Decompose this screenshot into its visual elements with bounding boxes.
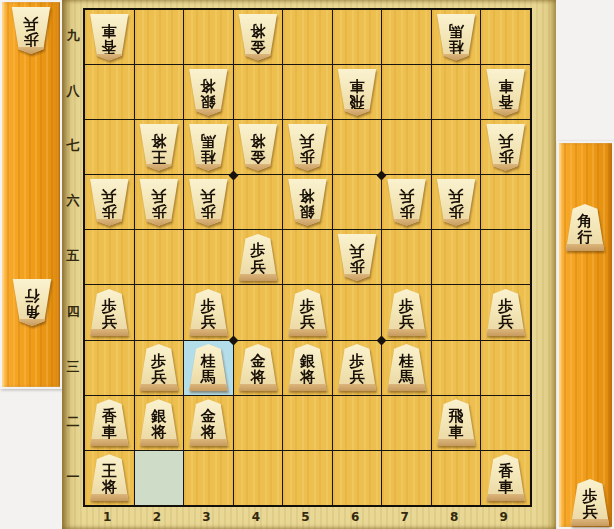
piece-bishop-down[interactable]: 角行 — [12, 279, 52, 326]
piece-body: 桂馬 — [188, 344, 228, 391]
file-label-3: 3 — [182, 507, 231, 527]
piece-silver-up[interactable]: 銀将 — [139, 399, 179, 446]
square-4-1[interactable] — [234, 451, 283, 505]
piece-body: 香車 — [89, 399, 129, 446]
piece-body: 銀将 — [287, 344, 327, 391]
piece-body: 王将 — [89, 454, 129, 501]
piece-bishop-up[interactable]: 角行 — [565, 204, 605, 251]
square-6-1[interactable] — [333, 451, 382, 505]
rank-label-5: 五 — [64, 228, 82, 283]
piece-pawn-up[interactable]: 歩兵 — [337, 344, 377, 391]
piece-kanji: 金将 — [238, 124, 278, 171]
square-7-4[interactable]: 歩兵 — [382, 285, 431, 339]
shogi-board: 香車金将桂馬銀将飛車香車王将桂馬金将歩兵歩兵歩兵歩兵歩兵銀将歩兵歩兵歩兵歩兵歩兵… — [62, 0, 556, 529]
rank-label-7: 七 — [64, 118, 82, 173]
piece-kanji: 飛車 — [436, 399, 476, 446]
square-7-5[interactable] — [382, 230, 431, 284]
square-5-7[interactable]: 歩兵 — [283, 120, 332, 174]
square-6-5[interactable]: 歩兵 — [333, 230, 382, 284]
square-9-7[interactable]: 歩兵 — [481, 120, 530, 174]
square-3-7[interactable]: 桂馬 — [184, 120, 233, 174]
square-7-8[interactable] — [382, 65, 431, 119]
piece-body: 歩兵 — [486, 289, 526, 336]
piece-body: 歩兵 — [188, 289, 228, 336]
piece-kanji: 銀将 — [188, 69, 228, 116]
piece-kanji: 歩兵 — [287, 289, 327, 336]
piece-body: 金将 — [238, 344, 278, 391]
piece-knight-down[interactable]: 桂馬 — [188, 124, 228, 171]
piece-body: 歩兵 — [337, 344, 377, 391]
piece-body: 香車 — [486, 454, 526, 501]
square-5-2[interactable] — [283, 396, 332, 450]
piece-kanji: 香車 — [89, 14, 129, 61]
piece-pawn-down[interactable]: 歩兵 — [387, 179, 427, 226]
square-1-8[interactable] — [85, 65, 134, 119]
piece-lance-down[interactable]: 香車 — [486, 69, 526, 116]
piece-kanji: 銀将 — [287, 179, 327, 226]
piece-body: 銀将 — [287, 179, 327, 226]
piece-body: 銀将 — [188, 69, 228, 116]
square-8-5[interactable] — [432, 230, 481, 284]
square-8-1[interactable] — [432, 451, 481, 505]
piece-knight-up[interactable]: 桂馬 — [387, 344, 427, 391]
square-7-7[interactable] — [382, 120, 431, 174]
rank-label-2: 二 — [64, 394, 82, 449]
hand-slot: 角行 — [12, 279, 52, 326]
square-5-3[interactable]: 銀将 — [283, 341, 332, 395]
square-1-5[interactable] — [85, 230, 134, 284]
square-6-9[interactable] — [333, 10, 382, 64]
square-6-2[interactable] — [333, 396, 382, 450]
square-7-9[interactable] — [382, 10, 431, 64]
piece-body: 飛車 — [337, 69, 377, 116]
square-8-2[interactable]: 飛車 — [432, 396, 481, 450]
piece-silver-up[interactable]: 銀将 — [287, 344, 327, 391]
square-6-3[interactable]: 歩兵 — [333, 341, 382, 395]
piece-pawn-down[interactable]: 歩兵 — [287, 124, 327, 171]
piece-kanji: 歩兵 — [287, 124, 327, 171]
piece-kanji: 桂馬 — [188, 344, 228, 391]
piece-kanji: 歩兵 — [387, 179, 427, 226]
piece-knight-down[interactable]: 桂馬 — [436, 14, 476, 61]
square-1-1[interactable]: 王将 — [85, 451, 134, 505]
piece-kanji: 桂馬 — [387, 344, 427, 391]
square-1-9[interactable]: 香車 — [85, 10, 134, 64]
square-6-4[interactable] — [333, 285, 382, 339]
square-1-6[interactable]: 歩兵 — [85, 175, 134, 229]
square-2-3[interactable]: 歩兵 — [135, 341, 184, 395]
square-6-6[interactable] — [333, 175, 382, 229]
piece-body: 歩兵 — [11, 7, 51, 54]
piece-kanji: 歩兵 — [139, 344, 179, 391]
square-8-7[interactable] — [432, 120, 481, 174]
piece-body: 歩兵 — [337, 234, 377, 281]
piece-kanji: 香車 — [486, 454, 526, 501]
piece-body: 桂馬 — [436, 14, 476, 61]
piece-silver-down[interactable]: 銀将 — [188, 69, 228, 116]
file-label-8: 8 — [430, 507, 479, 527]
square-3-2[interactable]: 金将 — [184, 396, 233, 450]
square-5-6[interactable]: 銀将 — [283, 175, 332, 229]
square-7-3[interactable]: 桂馬 — [382, 341, 431, 395]
square-3-1[interactable] — [184, 451, 233, 505]
piece-kanji: 桂馬 — [436, 14, 476, 61]
square-7-1[interactable] — [382, 451, 431, 505]
rank-label-6: 六 — [64, 173, 82, 228]
square-3-8[interactable]: 銀将 — [184, 65, 233, 119]
square-3-9[interactable] — [184, 10, 233, 64]
piece-kanji: 金将 — [238, 14, 278, 61]
piece-silver-down[interactable]: 銀将 — [287, 179, 327, 226]
piece-rook-up[interactable]: 飛車 — [436, 399, 476, 446]
piece-kanji: 歩兵 — [139, 179, 179, 226]
square-9-4[interactable]: 歩兵 — [481, 285, 530, 339]
piece-kanji: 王将 — [89, 454, 129, 501]
piece-pawn-up[interactable]: 歩兵 — [188, 289, 228, 336]
square-7-6[interactable]: 歩兵 — [382, 175, 431, 229]
piece-lance-down[interactable]: 香車 — [89, 14, 129, 61]
piece-pawn-up[interactable]: 歩兵 — [486, 289, 526, 336]
piece-kanji: 銀将 — [139, 399, 179, 446]
piece-pawn-up[interactable]: 歩兵 — [238, 234, 278, 281]
square-3-5[interactable] — [184, 230, 233, 284]
piece-kanji: 歩兵 — [188, 179, 228, 226]
piece-pawn-down[interactable]: 歩兵 — [337, 234, 377, 281]
piece-body: 歩兵 — [436, 179, 476, 226]
piece-kanji: 歩兵 — [337, 344, 377, 391]
piece-body: 歩兵 — [486, 124, 526, 171]
piece-king-down[interactable]: 王将 — [139, 124, 179, 171]
piece-body: 桂馬 — [188, 124, 228, 171]
piece-gold-down[interactable]: 金将 — [238, 124, 278, 171]
piece-gold-up[interactable]: 金将 — [238, 344, 278, 391]
square-2-4[interactable] — [135, 285, 184, 339]
piece-body: 歩兵 — [387, 179, 427, 226]
piece-kanji: 角行 — [565, 204, 605, 251]
piece-kanji: 歩兵 — [11, 7, 51, 54]
piece-kanji: 歩兵 — [337, 234, 377, 281]
square-8-6[interactable]: 歩兵 — [432, 175, 481, 229]
piece-body: 歩兵 — [238, 234, 278, 281]
piece-kanji: 飛車 — [337, 69, 377, 116]
piece-lance-up[interactable]: 香車 — [89, 399, 129, 446]
piece-kanji: 歩兵 — [387, 289, 427, 336]
square-9-1[interactable]: 香車 — [481, 451, 530, 505]
square-1-7[interactable] — [85, 120, 134, 174]
board-grid: 香車金将桂馬銀将飛車香車王将桂馬金将歩兵歩兵歩兵歩兵歩兵銀将歩兵歩兵歩兵歩兵歩兵… — [83, 8, 532, 507]
piece-body: 銀将 — [139, 399, 179, 446]
hand-slot: 歩兵 — [570, 479, 610, 526]
piece-kanji: 歩兵 — [486, 289, 526, 336]
piece-pawn-down[interactable]: 歩兵 — [89, 179, 129, 226]
square-2-1[interactable] — [135, 451, 184, 505]
piece-body: 歩兵 — [89, 289, 129, 336]
square-1-2[interactable]: 香車 — [85, 396, 134, 450]
piece-pawn-up[interactable]: 歩兵 — [89, 289, 129, 336]
piece-pawn-down[interactable]: 歩兵 — [436, 179, 476, 226]
piece-body: 金将 — [238, 124, 278, 171]
square-4-4[interactable] — [234, 285, 283, 339]
komadai-right: 角行 歩兵 — [557, 141, 614, 529]
file-label-6: 6 — [331, 507, 380, 527]
piece-kanji: 歩兵 — [188, 289, 228, 336]
square-3-4[interactable]: 歩兵 — [184, 285, 233, 339]
piece-body: 歩兵 — [287, 124, 327, 171]
piece-pawn-up[interactable]: 歩兵 — [287, 289, 327, 336]
piece-kanji: 金将 — [188, 399, 228, 446]
square-4-3[interactable]: 金将 — [234, 341, 283, 395]
piece-kanji: 王将 — [139, 124, 179, 171]
piece-body: 歩兵 — [287, 289, 327, 336]
piece-kanji: 歩兵 — [570, 479, 610, 526]
piece-knight-up[interactable]: 桂馬 — [188, 344, 228, 391]
piece-kanji: 角行 — [12, 279, 52, 326]
square-6-7[interactable] — [333, 120, 382, 174]
piece-pawn-up[interactable]: 歩兵 — [139, 344, 179, 391]
piece-body: 飛車 — [436, 399, 476, 446]
hand-slot: 歩兵 — [11, 7, 51, 54]
piece-kanji: 歩兵 — [486, 124, 526, 171]
rank-label-9: 九 — [64, 8, 82, 63]
square-9-8[interactable]: 香車 — [481, 65, 530, 119]
piece-kanji: 歩兵 — [89, 179, 129, 226]
piece-pawn-down[interactable]: 歩兵 — [486, 124, 526, 171]
piece-body: 王将 — [139, 124, 179, 171]
square-6-8[interactable]: 飛車 — [333, 65, 382, 119]
piece-body: 桂馬 — [387, 344, 427, 391]
file-label-4: 4 — [232, 507, 281, 527]
piece-body: 香車 — [486, 69, 526, 116]
komadai-left: 歩兵 角行 — [0, 0, 62, 389]
square-1-4[interactable]: 歩兵 — [85, 285, 134, 339]
piece-gold-down[interactable]: 金将 — [238, 14, 278, 61]
piece-body: 角行 — [12, 279, 52, 326]
piece-kanji: 歩兵 — [436, 179, 476, 226]
piece-body: 歩兵 — [188, 179, 228, 226]
square-4-5[interactable]: 歩兵 — [234, 230, 283, 284]
piece-body: 歩兵 — [89, 179, 129, 226]
square-2-5[interactable] — [135, 230, 184, 284]
square-5-8[interactable] — [283, 65, 332, 119]
square-1-3[interactable] — [85, 341, 134, 395]
piece-lance-up[interactable]: 香車 — [486, 454, 526, 501]
square-4-2[interactable] — [234, 396, 283, 450]
piece-body: 歩兵 — [570, 479, 610, 526]
file-label-9: 9 — [479, 507, 528, 527]
rank-label-3: 三 — [64, 339, 82, 394]
square-5-9[interactable] — [283, 10, 332, 64]
square-2-7[interactable]: 王将 — [135, 120, 184, 174]
rank-label-4: 四 — [64, 284, 82, 339]
piece-kanji: 桂馬 — [188, 124, 228, 171]
piece-kanji: 歩兵 — [89, 289, 129, 336]
rank-label-1: 一 — [64, 449, 82, 504]
piece-body: 角行 — [565, 204, 605, 251]
square-4-8[interactable] — [234, 65, 283, 119]
square-2-9[interactable] — [135, 10, 184, 64]
square-7-2[interactable] — [382, 396, 431, 450]
square-9-3[interactable] — [481, 341, 530, 395]
square-2-8[interactable] — [135, 65, 184, 119]
hand-slot: 角行 — [565, 204, 605, 251]
square-2-2[interactable]: 銀将 — [135, 396, 184, 450]
piece-pawn-down[interactable]: 歩兵 — [188, 179, 228, 226]
square-3-6[interactable]: 歩兵 — [184, 175, 233, 229]
square-4-7[interactable]: 金将 — [234, 120, 283, 174]
square-8-9[interactable]: 桂馬 — [432, 10, 481, 64]
square-4-6[interactable] — [234, 175, 283, 229]
square-5-1[interactable] — [283, 451, 332, 505]
square-9-5[interactable] — [481, 230, 530, 284]
piece-pawn-down[interactable]: 歩兵 — [11, 7, 51, 54]
square-9-9[interactable] — [481, 10, 530, 64]
square-4-9[interactable]: 金将 — [234, 10, 283, 64]
square-9-2[interactable] — [481, 396, 530, 450]
piece-body: 香車 — [89, 14, 129, 61]
piece-kanji: 香車 — [89, 399, 129, 446]
piece-kanji: 金将 — [238, 344, 278, 391]
piece-rook-down[interactable]: 飛車 — [337, 69, 377, 116]
square-5-4[interactable]: 歩兵 — [283, 285, 332, 339]
piece-king-up[interactable]: 王将 — [89, 454, 129, 501]
piece-body: 歩兵 — [139, 344, 179, 391]
rank-label-8: 八 — [64, 63, 82, 118]
square-2-6[interactable]: 歩兵 — [135, 175, 184, 229]
square-8-4[interactable] — [432, 285, 481, 339]
file-label-5: 5 — [281, 507, 330, 527]
file-label-2: 2 — [133, 507, 182, 527]
square-8-3[interactable] — [432, 341, 481, 395]
piece-body: 歩兵 — [139, 179, 179, 226]
piece-pawn-down[interactable]: 歩兵 — [139, 179, 179, 226]
piece-body: 金将 — [238, 14, 278, 61]
square-8-8[interactable] — [432, 65, 481, 119]
square-3-3[interactable]: 桂馬 — [184, 341, 233, 395]
square-5-5[interactable] — [283, 230, 332, 284]
piece-pawn-up[interactable]: 歩兵 — [570, 479, 610, 526]
piece-pawn-up[interactable]: 歩兵 — [387, 289, 427, 336]
piece-kanji: 香車 — [486, 69, 526, 116]
piece-gold-up[interactable]: 金将 — [188, 399, 228, 446]
file-label-7: 7 — [380, 507, 429, 527]
piece-body: 歩兵 — [387, 289, 427, 336]
piece-body: 金将 — [188, 399, 228, 446]
piece-kanji: 歩兵 — [238, 234, 278, 281]
file-label-1: 1 — [83, 507, 132, 527]
square-9-6[interactable] — [481, 175, 530, 229]
piece-kanji: 銀将 — [287, 344, 327, 391]
